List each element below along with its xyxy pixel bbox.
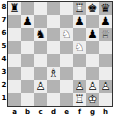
square-b5[interactable]	[21, 41, 34, 54]
square-c3[interactable]	[34, 67, 47, 80]
square-g5[interactable]	[86, 41, 99, 54]
square-g2[interactable]: ♟♙	[86, 80, 99, 93]
square-d4[interactable]	[47, 54, 60, 67]
square-d8[interactable]	[47, 2, 60, 15]
white-pawn-fill: ♟	[73, 80, 86, 93]
white-bishop-fill: ♝	[47, 67, 60, 80]
square-e2[interactable]	[60, 80, 73, 93]
square-e1[interactable]	[60, 93, 73, 106]
square-d6[interactable]	[47, 28, 60, 41]
square-g6[interactable]: ♟	[86, 28, 99, 41]
white-rook-piece: ♖	[73, 93, 86, 106]
square-h2[interactable]: ♟♙	[99, 80, 112, 93]
file-label-c: c	[34, 107, 47, 118]
white-bishop-piece: ♗	[47, 67, 60, 80]
white-pawn-fill: ♟	[99, 80, 112, 93]
square-h4[interactable]	[99, 54, 112, 67]
white-knight-piece: ♘	[60, 28, 73, 41]
white-queen-piece: ♕	[99, 28, 112, 41]
square-f2[interactable]: ♟♙	[73, 80, 86, 93]
square-c5[interactable]	[34, 41, 47, 54]
square-c2[interactable]: ♟♙	[34, 80, 47, 93]
black-pawn-piece: ♟	[73, 15, 86, 28]
square-c1[interactable]	[34, 93, 47, 106]
square-e8[interactable]	[60, 2, 73, 15]
square-b2[interactable]	[21, 80, 34, 93]
black-knight-piece: ♞	[34, 28, 47, 41]
square-e6[interactable]: ♞♘	[60, 28, 73, 41]
square-e5[interactable]	[60, 41, 73, 54]
black-queen-piece: ♛	[99, 2, 112, 15]
file-label-b: b	[21, 107, 34, 118]
square-e4[interactable]	[60, 54, 73, 67]
white-pawn-fill: ♟	[34, 80, 47, 93]
white-rook-fill: ♜	[73, 93, 86, 106]
white-king-piece: ♔	[86, 93, 99, 106]
white-pawn-piece: ♙	[73, 80, 86, 93]
square-f7[interactable]: ♟	[73, 15, 86, 28]
square-a1[interactable]	[8, 93, 21, 106]
file-label-f: f	[73, 107, 86, 118]
black-rook-piece: ♜	[8, 2, 21, 15]
square-a3[interactable]	[8, 67, 21, 80]
square-e7[interactable]	[60, 15, 73, 28]
white-queen-fill: ♛	[99, 28, 112, 41]
square-a8[interactable]: ♜	[8, 2, 21, 15]
square-d2[interactable]	[47, 80, 60, 93]
file-label-e: e	[60, 107, 73, 118]
white-rook-piece: ♖	[73, 2, 86, 15]
square-a7[interactable]	[8, 15, 21, 28]
white-pawn-piece: ♙	[99, 80, 112, 93]
square-d7[interactable]	[47, 15, 60, 28]
square-a5[interactable]	[8, 41, 21, 54]
square-f8[interactable]: ♜♖	[73, 2, 86, 15]
square-f5[interactable]: ♞♘	[73, 41, 86, 54]
file-label-a: a	[8, 107, 21, 118]
square-b3[interactable]	[21, 67, 34, 80]
square-f1[interactable]: ♜♖	[73, 93, 86, 106]
square-d3[interactable]: ♝♗	[47, 67, 60, 80]
square-c4[interactable]	[34, 54, 47, 67]
square-f3[interactable]	[73, 67, 86, 80]
black-king-piece: ♚	[86, 2, 99, 15]
square-h6[interactable]: ♛♕	[99, 28, 112, 41]
black-pawn-piece: ♟	[99, 15, 112, 28]
square-e3[interactable]	[60, 67, 73, 80]
square-h5[interactable]	[99, 41, 112, 54]
white-pawn-piece: ♙	[34, 80, 47, 93]
file-labels: abcdefgh	[7, 107, 114, 118]
white-knight-piece: ♘	[73, 41, 86, 54]
square-g1[interactable]: ♚♔	[86, 93, 99, 106]
square-h8[interactable]: ♛	[99, 2, 112, 15]
square-g3[interactable]	[86, 67, 99, 80]
square-a2[interactable]	[8, 80, 21, 93]
square-h7[interactable]: ♟	[99, 15, 112, 28]
white-knight-fill: ♞	[60, 28, 73, 41]
square-a6[interactable]	[8, 28, 21, 41]
chess-diagram: 87654321 ♜♜♖♚♛♟♟♟♞♞♘♟♛♕♞♘♝♗♟♙♟♙♟♙♟♙♜♖♚♔ …	[0, 0, 118, 119]
square-b7[interactable]: ♟	[21, 15, 34, 28]
square-f6[interactable]	[73, 28, 86, 41]
square-d1[interactable]	[47, 93, 60, 106]
square-g4[interactable]	[86, 54, 99, 67]
square-b6[interactable]	[21, 28, 34, 41]
square-d5[interactable]	[47, 41, 60, 54]
black-pawn-piece: ♟	[21, 15, 34, 28]
square-g7[interactable]	[86, 15, 99, 28]
white-rook-fill: ♜	[73, 2, 86, 15]
black-pawn-piece: ♟	[86, 28, 99, 41]
file-label-d: d	[47, 107, 60, 118]
square-h1[interactable]	[99, 93, 112, 106]
white-king-fill: ♚	[86, 93, 99, 106]
white-pawn-piece: ♙	[86, 80, 99, 93]
file-label-h: h	[99, 107, 112, 118]
chess-board: ♜♜♖♚♛♟♟♟♞♞♘♟♛♕♞♘♝♗♟♙♟♙♟♙♟♙♜♖♚♔	[7, 1, 113, 107]
square-c7[interactable]	[34, 15, 47, 28]
white-knight-fill: ♞	[73, 41, 86, 54]
square-b1[interactable]	[21, 93, 34, 106]
file-label-g: g	[86, 107, 99, 118]
square-h3[interactable]	[99, 67, 112, 80]
square-c6[interactable]: ♞	[34, 28, 47, 41]
white-pawn-fill: ♟	[86, 80, 99, 93]
square-f4[interactable]	[73, 54, 86, 67]
square-c8[interactable]	[34, 2, 47, 15]
square-b8[interactable]	[21, 2, 34, 15]
square-a4[interactable]	[8, 54, 21, 67]
square-g8[interactable]: ♚	[86, 2, 99, 15]
square-b4[interactable]	[21, 54, 34, 67]
